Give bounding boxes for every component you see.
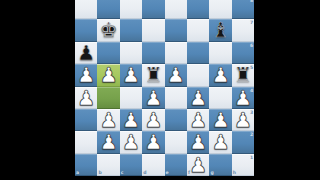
- square-f4[interactable]: ♟: [187, 87, 209, 109]
- square-a1[interactable]: a: [75, 154, 97, 176]
- square-c5[interactable]: ♟: [120, 64, 142, 86]
- white-pawn[interactable]: ♟: [165, 64, 187, 86]
- white-pawn[interactable]: ♟: [75, 87, 97, 109]
- square-a4[interactable]: ♟: [75, 87, 97, 109]
- square-b1[interactable]: b: [97, 154, 119, 176]
- square-a6[interactable]: ♟: [75, 42, 97, 64]
- square-f8[interactable]: [187, 0, 209, 19]
- square-e3[interactable]: [165, 109, 187, 131]
- white-pawn[interactable]: ♟: [209, 109, 231, 131]
- black-pawn[interactable]: ♟: [75, 42, 97, 64]
- rank-label-6: 6: [250, 43, 253, 48]
- white-pawn[interactable]: ♟: [187, 109, 209, 131]
- square-b5[interactable]: ♟: [97, 64, 119, 86]
- file-label-g: g: [210, 170, 213, 175]
- white-pawn[interactable]: ♟: [209, 64, 231, 86]
- white-pawn[interactable]: ♟: [232, 109, 254, 131]
- square-e1[interactable]: e: [165, 154, 187, 176]
- square-h8[interactable]: 8: [232, 0, 254, 19]
- square-g2[interactable]: ♟: [209, 131, 231, 153]
- square-f3[interactable]: ♟: [187, 109, 209, 131]
- square-e7[interactable]: [165, 19, 187, 41]
- white-pawn[interactable]: ♟: [142, 87, 164, 109]
- white-pawn[interactable]: ♟: [187, 131, 209, 153]
- white-pawn[interactable]: ♟: [187, 154, 209, 176]
- file-label-h: h: [233, 170, 236, 175]
- square-b2[interactable]: ♟: [97, 131, 119, 153]
- rank-label-1: 1: [250, 155, 253, 160]
- file-label-a: a: [76, 170, 79, 175]
- square-h3[interactable]: 3♟: [232, 109, 254, 131]
- square-a5[interactable]: ♟: [75, 64, 97, 86]
- square-d1[interactable]: d: [142, 154, 164, 176]
- square-e5[interactable]: ♟: [165, 64, 187, 86]
- square-d2[interactable]: ♟: [142, 131, 164, 153]
- square-d5[interactable]: ♜: [142, 64, 164, 86]
- black-rook[interactable]: ♜: [232, 64, 254, 86]
- square-c2[interactable]: ♟: [120, 131, 142, 153]
- square-d4[interactable]: ♟: [142, 87, 164, 109]
- square-c6[interactable]: [120, 42, 142, 64]
- square-f5[interactable]: [187, 64, 209, 86]
- file-label-d: d: [143, 170, 146, 175]
- square-g5[interactable]: ♟: [209, 64, 231, 86]
- white-pawn[interactable]: ♟: [75, 64, 97, 86]
- square-b6[interactable]: [97, 42, 119, 64]
- square-e2[interactable]: [165, 131, 187, 153]
- black-bishop[interactable]: ♝: [209, 19, 231, 41]
- square-h2[interactable]: 2: [232, 131, 254, 153]
- rank-label-2: 2: [250, 132, 253, 137]
- square-e6[interactable]: [165, 42, 187, 64]
- square-b4[interactable]: [97, 87, 119, 109]
- file-label-e: e: [166, 170, 169, 175]
- white-pawn[interactable]: ♟: [209, 131, 231, 153]
- square-g4[interactable]: [209, 87, 231, 109]
- square-a3[interactable]: [75, 109, 97, 131]
- square-f2[interactable]: ♟: [187, 131, 209, 153]
- square-g3[interactable]: ♟: [209, 109, 231, 131]
- square-c7[interactable]: [120, 19, 142, 41]
- black-king[interactable]: ♚: [97, 19, 119, 41]
- square-h1[interactable]: h1: [232, 154, 254, 176]
- white-pawn[interactable]: ♟: [187, 87, 209, 109]
- white-pawn[interactable]: ♟: [142, 109, 164, 131]
- square-a2[interactable]: [75, 131, 97, 153]
- square-c3[interactable]: ♟: [120, 109, 142, 131]
- video-frame: 8♚♝7♟6♟♟♟♜♟♟5♜♟♟♟4♟♟♟♟♟♟3♟♟♟♟♟♟2abcdef♟g…: [0, 0, 320, 180]
- white-pawn[interactable]: ♟: [232, 87, 254, 109]
- square-d7[interactable]: [142, 19, 164, 41]
- white-pawn[interactable]: ♟: [97, 131, 119, 153]
- white-pawn[interactable]: ♟: [142, 131, 164, 153]
- square-f7[interactable]: [187, 19, 209, 41]
- rank-label-8: 8: [250, 0, 253, 3]
- square-e8[interactable]: [165, 0, 187, 19]
- square-h4[interactable]: 4♟: [232, 87, 254, 109]
- square-h5[interactable]: 5♜: [232, 64, 254, 86]
- square-a8[interactable]: [75, 0, 97, 19]
- square-h7[interactable]: 7: [232, 19, 254, 41]
- square-g8[interactable]: [209, 0, 231, 19]
- square-h6[interactable]: 6: [232, 42, 254, 64]
- square-b3[interactable]: ♟: [97, 109, 119, 131]
- white-pawn[interactable]: ♟: [120, 131, 142, 153]
- square-d6[interactable]: [142, 42, 164, 64]
- square-c1[interactable]: c: [120, 154, 142, 176]
- square-g6[interactable]: [209, 42, 231, 64]
- file-label-c: c: [121, 170, 124, 175]
- square-e4[interactable]: [165, 87, 187, 109]
- square-d3[interactable]: ♟: [142, 109, 164, 131]
- square-g7[interactable]: ♝: [209, 19, 231, 41]
- square-c4[interactable]: [120, 87, 142, 109]
- black-rook[interactable]: ♜: [142, 64, 164, 86]
- square-a7[interactable]: [75, 19, 97, 41]
- white-pawn[interactable]: ♟: [120, 64, 142, 86]
- square-b8[interactable]: [97, 0, 119, 19]
- white-pawn[interactable]: ♟: [120, 109, 142, 131]
- white-pawn[interactable]: ♟: [97, 109, 119, 131]
- square-d8[interactable]: [142, 0, 164, 19]
- file-label-b: b: [98, 170, 101, 175]
- square-c8[interactable]: [120, 0, 142, 19]
- square-f1[interactable]: f♟: [187, 154, 209, 176]
- white-pawn[interactable]: ♟: [97, 64, 119, 86]
- square-b7[interactable]: ♚: [97, 19, 119, 41]
- chess-board: 8♚♝7♟6♟♟♟♜♟♟5♜♟♟♟4♟♟♟♟♟♟3♟♟♟♟♟♟2abcdef♟g…: [75, 0, 254, 176]
- rank-label-7: 7: [250, 20, 253, 25]
- square-g1[interactable]: g: [209, 154, 231, 176]
- square-f6[interactable]: [187, 42, 209, 64]
